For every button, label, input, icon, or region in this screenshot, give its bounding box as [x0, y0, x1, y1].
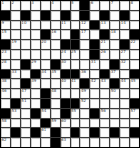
clue-number: 46 — [2, 89, 7, 94]
letter-cell-r8c3[interactable] — [21, 70, 30, 79]
clue-number: 30 — [61, 60, 66, 65]
letter-cell-r15c4[interactable] — [31, 138, 40, 147]
block-cell-r2c7 — [61, 11, 70, 20]
block-cell-r14c4 — [31, 128, 40, 137]
letter-cell-r2c12[interactable] — [110, 11, 119, 20]
block-cell-r13c5 — [41, 119, 50, 128]
letter-cell-r4c9[interactable]: 17 — [80, 30, 89, 39]
block-cell-r4c11 — [100, 30, 109, 39]
block-cell-r5c13 — [120, 40, 129, 49]
clue-number: 47 — [21, 89, 26, 94]
block-cell-r8c14 — [130, 70, 139, 79]
letter-cell-r7c10[interactable]: 31 — [90, 60, 99, 69]
block-cell-r9c12 — [110, 79, 119, 88]
letter-cell-r10c14[interactable] — [130, 89, 139, 98]
letter-cell-r2c2[interactable] — [11, 11, 20, 20]
letter-cell-r12c3[interactable] — [21, 109, 30, 118]
letter-cell-r9c8[interactable]: 41 — [71, 79, 80, 88]
letter-cell-r4c10[interactable] — [90, 30, 99, 39]
block-cell-r3c10 — [90, 21, 99, 30]
letter-cell-r12c14[interactable]: 57 — [130, 109, 139, 118]
clue-number: 63 — [61, 138, 66, 143]
block-cell-r5c8 — [71, 40, 80, 49]
letter-cell-r1c8[interactable]: 5 — [71, 1, 80, 10]
letter-cell-r12c8[interactable]: 55 — [71, 109, 80, 118]
letter-cell-r13c10[interactable] — [90, 119, 99, 128]
letter-cell-r7c13[interactable]: 32 — [120, 60, 129, 69]
clue-number: 10 — [21, 21, 26, 26]
block-cell-r12c1 — [1, 109, 10, 118]
letter-cell-r9c6[interactable] — [51, 79, 60, 88]
letter-cell-r4c7[interactable] — [61, 30, 70, 39]
block-cell-r2c9 — [80, 11, 89, 20]
letter-cell-r1c7[interactable] — [61, 1, 70, 10]
letter-cell-r9c11[interactable]: 43 — [100, 79, 109, 88]
letter-cell-r6c7[interactable]: 24 — [61, 50, 70, 59]
letter-cell-r1c10[interactable]: 6 — [90, 1, 99, 10]
letter-cell-r7c7[interactable]: 30 — [61, 60, 70, 69]
letter-cell-r15c7[interactable]: 63 — [61, 138, 70, 147]
clue-number: 55 — [71, 109, 76, 114]
block-cell-r5c1 — [1, 40, 10, 49]
letter-cell-r14c7[interactable] — [61, 128, 70, 137]
clue-number: 26 — [101, 50, 106, 55]
letter-cell-r5c5[interactable]: 20 — [41, 40, 50, 49]
clue-number: 54 — [41, 109, 46, 114]
letter-cell-r15c13[interactable] — [120, 138, 129, 147]
letter-cell-r8c13[interactable] — [120, 70, 129, 79]
clue-number: 62 — [2, 138, 7, 143]
clue-number: 48 — [51, 89, 56, 94]
clue-number: 19 — [11, 40, 16, 45]
letter-cell-r11c6[interactable] — [51, 99, 60, 108]
letter-cell-r14c1[interactable] — [1, 128, 10, 137]
letter-cell-r7c4[interactable]: 29 — [31, 60, 40, 69]
letter-cell-r13c4[interactable] — [31, 119, 40, 128]
letter-cell-r6c1[interactable]: 23 — [1, 50, 10, 59]
letter-cell-r1c1[interactable]: 1 — [1, 1, 10, 10]
block-cell-r11c2 — [11, 99, 20, 108]
block-cell-r2c3 — [21, 11, 30, 20]
letter-cell-r5c4[interactable] — [31, 40, 40, 49]
letter-cell-r8c6[interactable]: 35 — [51, 70, 60, 79]
clue-number: 8 — [131, 1, 134, 6]
letter-cell-r9c7[interactable]: 40 — [61, 79, 70, 88]
clue-number: 60 — [61, 119, 66, 124]
block-cell-r11c5 — [41, 99, 50, 108]
clue-number: 34 — [41, 70, 46, 75]
letter-cell-r13c11[interactable] — [100, 119, 109, 128]
clue-number: 28 — [2, 60, 7, 65]
block-cell-r9c9 — [80, 79, 89, 88]
letter-cell-r13c9[interactable] — [80, 119, 89, 128]
letter-cell-r7c2[interactable] — [11, 60, 20, 69]
block-cell-r14c6 — [51, 128, 60, 137]
letter-cell-r15c11[interactable] — [100, 138, 109, 147]
letter-cell-r5c3[interactable] — [21, 40, 30, 49]
letter-cell-r6c4[interactable] — [31, 50, 40, 59]
letter-cell-r10c10[interactable] — [90, 89, 99, 98]
letter-cell-r9c13[interactable]: 44 — [120, 79, 129, 88]
letter-cell-r3c9[interactable]: 12 — [80, 21, 89, 30]
letter-cell-r1c12[interactable]: 7 — [110, 1, 119, 10]
clue-number: 29 — [31, 60, 36, 65]
block-cell-r14c12 — [110, 128, 119, 137]
clue-number: 59 — [51, 119, 56, 124]
block-cell-r2c13 — [120, 11, 129, 20]
letter-cell-r2c10[interactable] — [90, 11, 99, 20]
letter-cell-r12c5[interactable]: 54 — [41, 109, 50, 118]
clue-number: 51 — [21, 99, 26, 104]
clue-number: 14 — [121, 21, 126, 26]
clue-number: 2 — [11, 1, 14, 6]
block-cell-r12c4 — [31, 109, 40, 118]
letter-cell-r11c4[interactable] — [31, 99, 40, 108]
letter-cell-r2c14[interactable] — [130, 11, 139, 20]
letter-cell-r13c6[interactable]: 59 — [51, 119, 60, 128]
block-cell-r8c1 — [1, 70, 10, 79]
letter-cell-r10c8[interactable] — [71, 89, 80, 98]
letter-cell-r11c9[interactable]: 52 — [80, 99, 89, 108]
clue-number: 61 — [41, 128, 46, 133]
letter-cell-r12c6[interactable] — [51, 109, 60, 118]
clue-number: 22 — [131, 40, 136, 45]
letter-cell-r1c4[interactable]: 3 — [31, 1, 40, 10]
letter-cell-r7c9[interactable] — [80, 60, 89, 69]
letter-cell-r10c2[interactable] — [11, 89, 20, 98]
clue-number: 12 — [81, 21, 86, 26]
letter-cell-r10c6[interactable]: 48 — [51, 89, 60, 98]
letter-cell-r9c14[interactable]: 45 — [130, 79, 139, 88]
letter-cell-r10c11[interactable] — [100, 89, 109, 98]
clue-number: 25 — [71, 50, 76, 55]
letter-cell-r14c5[interactable]: 61 — [41, 128, 50, 137]
clue-number: 44 — [121, 79, 126, 84]
clue-number: 15 — [2, 30, 7, 35]
block-cell-r11c14 — [130, 99, 139, 108]
clue-number: 57 — [131, 109, 136, 114]
letter-cell-r6c8[interactable]: 25 — [71, 50, 80, 59]
block-cell-r2c5 — [41, 11, 50, 20]
clue-number: 49 — [81, 89, 86, 94]
letter-cell-r3c13[interactable]: 14 — [120, 21, 129, 30]
letter-cell-r11c3[interactable]: 51 — [21, 99, 30, 108]
letter-cell-r13c8[interactable] — [71, 119, 80, 128]
letter-cell-r1c6[interactable]: 4 — [51, 1, 60, 10]
letter-cell-r7c14[interactable] — [130, 60, 139, 69]
block-cell-r14c10 — [90, 128, 99, 137]
block-cell-r7c12 — [110, 60, 119, 69]
clue-number: 43 — [101, 79, 106, 84]
block-cell-r15c6 — [51, 138, 60, 147]
clue-number: 20 — [41, 40, 46, 45]
letter-cell-r3c7[interactable]: 11 — [61, 21, 70, 30]
letter-cell-r10c4[interactable] — [31, 89, 40, 98]
letter-cell-r12c2[interactable]: 53 — [11, 109, 20, 118]
letter-cell-r2c4[interactable] — [31, 11, 40, 20]
letter-cell-r2c6[interactable] — [51, 11, 60, 20]
block-cell-r2c11 — [100, 11, 109, 20]
letter-cell-r11c13[interactable] — [120, 99, 129, 108]
letter-cell-r9c4[interactable]: 39 — [31, 79, 40, 88]
clue-number: 39 — [31, 79, 36, 84]
block-cell-r11c8 — [71, 99, 80, 108]
clue-number: 5 — [71, 1, 74, 6]
block-cell-r10c5 — [41, 89, 50, 98]
letter-cell-r8c5[interactable]: 34 — [41, 70, 50, 79]
letter-cell-r6c5[interactable] — [41, 50, 50, 59]
letter-cell-r4c3[interactable] — [21, 30, 30, 39]
letter-cell-r8c2[interactable]: 33 — [11, 70, 20, 79]
clue-number: 33 — [11, 70, 16, 75]
letter-cell-r10c3[interactable]: 47 — [21, 89, 30, 98]
clue-number: 1 — [2, 1, 5, 6]
letter-cell-r15c14[interactable] — [130, 138, 139, 147]
block-cell-r2c1 — [1, 11, 10, 20]
letter-cell-r1c5[interactable] — [41, 1, 50, 10]
letter-cell-r7c11[interactable] — [100, 60, 109, 69]
block-cell-r14c8 — [71, 128, 80, 137]
clue-number: 27 — [121, 50, 126, 55]
clue-number: 6 — [91, 1, 94, 6]
clue-number: 31 — [91, 60, 96, 65]
letter-cell-r3c6[interactable] — [51, 21, 60, 30]
letter-cell-r15c3[interactable] — [21, 138, 30, 147]
clue-number: 45 — [131, 79, 136, 84]
letter-cell-r3c8[interactable] — [71, 21, 80, 30]
letter-cell-r7c8[interactable] — [71, 60, 80, 69]
letter-cell-r9c10[interactable]: 42 — [90, 79, 99, 88]
clue-number: 52 — [81, 99, 86, 104]
letter-cell-r5c11[interactable]: 21 — [100, 40, 109, 49]
letter-cell-r3c12[interactable] — [110, 21, 119, 30]
letter-cell-r4c2[interactable] — [11, 30, 20, 39]
letter-cell-r3c4[interactable] — [31, 21, 40, 30]
letter-cell-r7c1[interactable]: 28 — [1, 60, 10, 69]
clue-number: 3 — [31, 1, 34, 6]
letter-cell-r13c12[interactable] — [110, 119, 119, 128]
letter-cell-r15c12[interactable] — [110, 138, 119, 147]
clue-number: 37 — [111, 70, 116, 75]
clue-number: 32 — [121, 60, 126, 65]
letter-cell-r9c1[interactable]: 38 — [1, 79, 10, 88]
block-cell-r7c6 — [51, 60, 60, 69]
letter-cell-r14c9[interactable] — [80, 128, 89, 137]
letter-cell-r6c9[interactable] — [80, 50, 89, 59]
letter-cell-r3c2[interactable] — [11, 21, 20, 30]
letter-cell-r9c5[interactable] — [41, 79, 50, 88]
letter-cell-r15c9[interactable] — [80, 138, 89, 147]
clue-number: 7 — [111, 1, 114, 6]
letter-cell-r1c3[interactable] — [21, 1, 30, 10]
letter-cell-r4c12[interactable]: 18 — [110, 30, 119, 39]
clue-number: 41 — [71, 79, 76, 84]
block-cell-r11c7 — [61, 99, 70, 108]
letter-cell-r10c7[interactable] — [61, 89, 70, 98]
clue-number: 40 — [61, 79, 66, 84]
clue-number: 21 — [101, 40, 106, 45]
letter-cell-r10c9[interactable]: 49 — [80, 89, 89, 98]
block-cell-r5c10 — [90, 40, 99, 49]
letter-cell-r11c10[interactable] — [90, 99, 99, 108]
block-cell-r5c7 — [61, 40, 70, 49]
letter-cell-r13c3[interactable] — [21, 119, 30, 128]
letter-cell-r4c13[interactable] — [120, 30, 129, 39]
letter-cell-r7c5[interactable] — [41, 60, 50, 69]
letter-cell-r3c1[interactable]: 9 — [1, 21, 10, 30]
clue-number: 4 — [51, 1, 54, 6]
letter-cell-r6c13[interactable]: 27 — [120, 50, 129, 59]
letter-cell-r10c1[interactable]: 46 — [1, 89, 10, 98]
clue-number: 13 — [101, 21, 106, 26]
block-cell-r12c10 — [90, 109, 99, 118]
letter-cell-r6c3[interactable] — [21, 50, 30, 59]
letter-cell-r15c2[interactable] — [11, 138, 20, 147]
crossword-grid: 1234567891011121314151617181920212223242… — [0, 0, 140, 148]
letter-cell-r12c13[interactable] — [120, 109, 129, 118]
letter-cell-r10c13[interactable] — [120, 89, 129, 98]
letter-cell-r3c3[interactable]: 10 — [21, 21, 30, 30]
clue-number: 11 — [61, 21, 66, 26]
clue-number: 36 — [81, 70, 86, 75]
letter-cell-r6c6[interactable] — [51, 50, 60, 59]
block-cell-r1c9 — [80, 1, 89, 10]
clue-number: 16 — [51, 30, 56, 35]
letter-cell-r8c9[interactable]: 36 — [80, 70, 89, 79]
letter-cell-r2c8[interactable] — [71, 11, 80, 20]
clue-number: 58 — [2, 119, 7, 124]
letter-cell-r11c12[interactable] — [110, 99, 119, 108]
block-cell-r7c3 — [21, 60, 30, 69]
clue-number: 23 — [2, 50, 7, 55]
letter-cell-r1c13[interactable] — [120, 1, 129, 10]
letter-cell-r1c2[interactable]: 2 — [11, 1, 20, 10]
letter-cell-r3c5[interactable] — [41, 21, 50, 30]
letter-cell-r6c11[interactable]: 26 — [100, 50, 109, 59]
clue-number: 24 — [61, 50, 66, 55]
letter-cell-r12c11[interactable]: 56 — [100, 109, 109, 118]
letter-cell-r14c3[interactable] — [21, 128, 30, 137]
block-cell-r4c8 — [71, 30, 80, 39]
letter-cell-r5c9[interactable] — [80, 40, 89, 49]
letter-cell-r5c12[interactable] — [110, 40, 119, 49]
letter-cell-r15c8[interactable] — [71, 138, 80, 147]
block-cell-r6c10 — [90, 50, 99, 59]
letter-cell-r6c12[interactable] — [110, 50, 119, 59]
clue-number: 35 — [51, 70, 56, 75]
clue-number: 9 — [2, 21, 5, 26]
block-cell-r12c7 — [61, 109, 70, 118]
letter-cell-r13c13[interactable] — [120, 119, 129, 128]
letter-cell-r9c2[interactable] — [11, 79, 20, 88]
letter-cell-r6c2[interactable] — [11, 50, 20, 59]
letter-cell-r13c2[interactable] — [11, 119, 20, 128]
letter-cell-r4c1[interactable]: 15 — [1, 30, 10, 39]
letter-cell-r15c10[interactable] — [90, 138, 99, 147]
letter-cell-r3c14[interactable] — [130, 21, 139, 30]
letter-cell-r5c2[interactable]: 19 — [11, 40, 20, 49]
letter-cell-r10c12[interactable]: 50 — [110, 89, 119, 98]
block-cell-r4c5 — [41, 30, 50, 39]
letter-cell-r12c9[interactable] — [80, 109, 89, 118]
letter-cell-r14c11[interactable] — [100, 128, 109, 137]
block-cell-r9c3 — [21, 79, 30, 88]
letter-cell-r4c4[interactable] — [31, 30, 40, 39]
block-cell-r8c7 — [61, 70, 70, 79]
letter-cell-r8c10[interactable] — [90, 70, 99, 79]
letter-cell-r14c13[interactable] — [120, 128, 129, 137]
letter-cell-r4c6[interactable]: 16 — [51, 30, 60, 39]
block-cell-r4c14 — [130, 30, 139, 39]
block-cell-r8c8 — [71, 70, 80, 79]
letter-cell-r3c11[interactable]: 13 — [100, 21, 109, 30]
clue-number: 17 — [81, 30, 86, 35]
letter-cell-r13c14[interactable] — [130, 119, 139, 128]
block-cell-r14c14 — [130, 128, 139, 137]
letter-cell-r5c6[interactable] — [51, 40, 60, 49]
letter-cell-r12c12[interactable] — [110, 109, 119, 118]
letter-cell-r1c11[interactable] — [100, 1, 109, 10]
clue-number: 50 — [111, 89, 116, 94]
block-cell-r8c4 — [31, 70, 40, 79]
letter-cell-r5c14[interactable]: 22 — [130, 40, 139, 49]
letter-cell-r8c12[interactable]: 37 — [110, 70, 119, 79]
clue-number: 42 — [91, 79, 96, 84]
letter-cell-r11c11[interactable] — [100, 99, 109, 108]
letter-cell-r11c1[interactable] — [1, 99, 10, 108]
letter-cell-r13c1[interactable]: 58 — [1, 119, 10, 128]
block-cell-r8c11 — [100, 70, 109, 79]
clue-number: 56 — [101, 109, 106, 114]
clue-number: 18 — [111, 30, 116, 35]
letter-cell-r15c1[interactable]: 62 — [1, 138, 10, 147]
letter-cell-r1c14[interactable]: 8 — [130, 1, 139, 10]
letter-cell-r6c14[interactable] — [130, 50, 139, 59]
block-cell-r14c2 — [11, 128, 20, 137]
letter-cell-r15c5[interactable] — [41, 138, 50, 147]
clue-number: 53 — [11, 109, 16, 114]
clue-number: 38 — [2, 79, 7, 84]
letter-cell-r13c7[interactable]: 60 — [61, 119, 70, 128]
